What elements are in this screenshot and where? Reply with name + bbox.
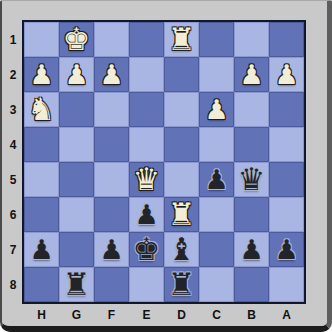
square-b7[interactable]: ♟ <box>234 232 269 267</box>
square-h6[interactable] <box>24 197 59 232</box>
square-b8[interactable] <box>234 267 269 302</box>
black-pawn-icon: ♟ <box>134 197 158 232</box>
square-h1[interactable] <box>24 22 59 57</box>
rank-label-3: 3 <box>4 92 22 127</box>
square-h3[interactable]: ♞ <box>24 92 59 127</box>
square-g2[interactable]: ♟ <box>59 57 94 92</box>
square-g6[interactable] <box>59 197 94 232</box>
white-rook-icon: ♜ <box>168 22 196 57</box>
file-label-d: D <box>164 305 199 325</box>
black-pawn-icon: ♟ <box>204 162 228 197</box>
black-rook-icon: ♜ <box>63 267 91 302</box>
white-pawn-icon: ♟ <box>64 57 88 92</box>
square-d3[interactable] <box>164 92 199 127</box>
square-a4[interactable] <box>269 127 304 162</box>
file-label-c: C <box>199 305 234 325</box>
square-e1[interactable] <box>129 22 164 57</box>
square-b1[interactable] <box>234 22 269 57</box>
square-d5[interactable] <box>164 162 199 197</box>
square-a1[interactable] <box>269 22 304 57</box>
square-f3[interactable] <box>94 92 129 127</box>
chessboard-widget: 12345678 ♚♜♟♟♟♟♟♞♟♛♟♛♟♜♟♟♚♝♟♟♜♜ HGFEDCBA <box>0 0 332 332</box>
rank-label-5: 5 <box>4 162 22 197</box>
black-bishop-icon: ♝ <box>168 232 196 267</box>
square-a7[interactable]: ♟ <box>269 232 304 267</box>
square-b4[interactable] <box>234 127 269 162</box>
square-a8[interactable] <box>269 267 304 302</box>
file-label-a: A <box>269 305 304 325</box>
file-labels: HGFEDCBA <box>24 305 304 325</box>
file-label-f: F <box>94 305 129 325</box>
black-rook-icon: ♜ <box>168 267 196 302</box>
square-e7[interactable]: ♚ <box>129 232 164 267</box>
square-f7[interactable]: ♟ <box>94 232 129 267</box>
white-pawn-icon: ♟ <box>99 57 123 92</box>
square-g5[interactable] <box>59 162 94 197</box>
white-knight-icon: ♞ <box>28 92 56 127</box>
square-c8[interactable] <box>199 267 234 302</box>
square-c4[interactable] <box>199 127 234 162</box>
square-h4[interactable] <box>24 127 59 162</box>
rank-label-1: 1 <box>4 22 22 57</box>
rank-label-7: 7 <box>4 232 22 267</box>
square-e3[interactable] <box>129 92 164 127</box>
square-a2[interactable]: ♟ <box>269 57 304 92</box>
square-e8[interactable] <box>129 267 164 302</box>
square-g3[interactable] <box>59 92 94 127</box>
black-queen-icon: ♛ <box>238 162 266 197</box>
square-b3[interactable] <box>234 92 269 127</box>
square-f4[interactable] <box>94 127 129 162</box>
square-c1[interactable] <box>199 22 234 57</box>
square-e2[interactable] <box>129 57 164 92</box>
square-e6[interactable]: ♟ <box>129 197 164 232</box>
white-pawn-icon: ♟ <box>274 57 298 92</box>
square-b2[interactable]: ♟ <box>234 57 269 92</box>
rank-labels: 12345678 <box>4 22 22 302</box>
square-a6[interactable] <box>269 197 304 232</box>
square-h7[interactable]: ♟ <box>24 232 59 267</box>
square-d8[interactable]: ♜ <box>164 267 199 302</box>
rank-label-2: 2 <box>4 57 22 92</box>
board: ♚♜♟♟♟♟♟♞♟♛♟♛♟♜♟♟♚♝♟♟♜♜ <box>22 20 306 304</box>
black-pawn-icon: ♟ <box>99 232 123 267</box>
square-a5[interactable] <box>269 162 304 197</box>
square-g8[interactable]: ♜ <box>59 267 94 302</box>
black-king-icon: ♚ <box>133 232 161 267</box>
file-label-b: B <box>234 305 269 325</box>
square-f5[interactable] <box>94 162 129 197</box>
square-e5[interactable]: ♛ <box>129 162 164 197</box>
rank-label-4: 4 <box>4 127 22 162</box>
black-pawn-icon: ♟ <box>239 232 263 267</box>
square-f2[interactable]: ♟ <box>94 57 129 92</box>
square-f6[interactable] <box>94 197 129 232</box>
square-c7[interactable] <box>199 232 234 267</box>
square-e4[interactable] <box>129 127 164 162</box>
square-h8[interactable] <box>24 267 59 302</box>
file-label-g: G <box>59 305 94 325</box>
square-f8[interactable] <box>94 267 129 302</box>
square-c5[interactable]: ♟ <box>199 162 234 197</box>
file-label-h: H <box>24 305 59 325</box>
rank-label-8: 8 <box>4 267 22 302</box>
square-d2[interactable] <box>164 57 199 92</box>
white-pawn-icon: ♟ <box>204 92 228 127</box>
square-g1[interactable]: ♚ <box>59 22 94 57</box>
square-g4[interactable] <box>59 127 94 162</box>
black-pawn-icon: ♟ <box>274 232 298 267</box>
square-a3[interactable] <box>269 92 304 127</box>
square-d7[interactable]: ♝ <box>164 232 199 267</box>
white-pawn-icon: ♟ <box>29 57 53 92</box>
file-label-e: E <box>129 305 164 325</box>
square-d1[interactable]: ♜ <box>164 22 199 57</box>
white-queen-icon: ♛ <box>133 162 161 197</box>
rank-label-6: 6 <box>4 197 22 232</box>
square-f1[interactable] <box>94 22 129 57</box>
black-pawn-icon: ♟ <box>29 232 53 267</box>
square-h2[interactable]: ♟ <box>24 57 59 92</box>
square-c6[interactable] <box>199 197 234 232</box>
white-pawn-icon: ♟ <box>239 57 263 92</box>
square-g7[interactable] <box>59 232 94 267</box>
square-c2[interactable] <box>199 57 234 92</box>
square-d4[interactable] <box>164 127 199 162</box>
square-b6[interactable] <box>234 197 269 232</box>
square-h5[interactable] <box>24 162 59 197</box>
white-rook-icon: ♜ <box>168 197 196 232</box>
square-c3[interactable]: ♟ <box>199 92 234 127</box>
square-d6[interactable]: ♜ <box>164 197 199 232</box>
white-king-icon: ♚ <box>63 22 91 57</box>
square-b5[interactable]: ♛ <box>234 162 269 197</box>
